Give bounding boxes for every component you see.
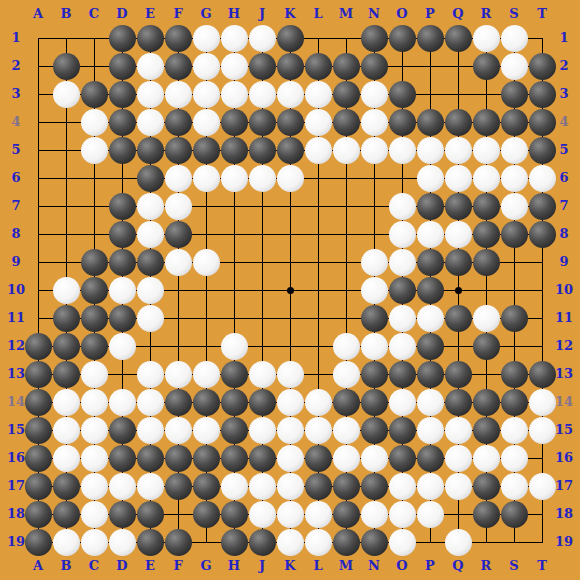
stone-black-T7[interactable] [529, 193, 556, 220]
stone-white-G13[interactable] [193, 361, 220, 388]
stone-white-K14[interactable] [277, 389, 304, 416]
stone-white-C5[interactable] [81, 137, 108, 164]
stone-white-M12[interactable] [333, 333, 360, 360]
stone-white-K17[interactable] [277, 473, 304, 500]
stone-black-E6[interactable] [137, 165, 164, 192]
stone-black-J16[interactable] [249, 445, 276, 472]
stone-white-M13[interactable] [333, 361, 360, 388]
stone-white-H6[interactable] [221, 165, 248, 192]
stone-white-E2[interactable] [137, 53, 164, 80]
stone-black-R17[interactable] [473, 473, 500, 500]
stone-black-F16[interactable] [165, 445, 192, 472]
stone-white-B3[interactable] [53, 81, 80, 108]
row-label-right-12: 12 [553, 339, 575, 352]
stone-white-L4[interactable] [305, 109, 332, 136]
stone-white-O9[interactable] [389, 249, 416, 276]
row-label-left-10: 10 [5, 283, 27, 296]
stone-black-G18[interactable] [193, 501, 220, 528]
stone-black-E16[interactable] [137, 445, 164, 472]
stone-black-M2[interactable] [333, 53, 360, 80]
stone-white-J3[interactable] [249, 81, 276, 108]
stone-black-H5[interactable] [221, 137, 248, 164]
stone-white-E3[interactable] [137, 81, 164, 108]
stone-black-R14[interactable] [473, 389, 500, 416]
row-label-right-15: 15 [553, 423, 575, 436]
stone-white-E17[interactable] [137, 473, 164, 500]
stone-white-R16[interactable] [473, 445, 500, 472]
stone-black-S14[interactable] [501, 389, 528, 416]
col-label-bottom-A: A [27, 559, 49, 572]
stone-white-O18[interactable] [389, 501, 416, 528]
col-label-bottom-L: L [307, 559, 329, 572]
row-label-left-13: 13 [5, 367, 27, 380]
row-label-left-16: 16 [5, 451, 27, 464]
stone-black-T8[interactable] [529, 221, 556, 248]
stone-black-J14[interactable] [249, 389, 276, 416]
stone-white-D12[interactable] [109, 333, 136, 360]
stone-black-S4[interactable] [501, 109, 528, 136]
stone-black-H13[interactable] [221, 361, 248, 388]
stone-white-K15[interactable] [277, 417, 304, 444]
stone-white-S15[interactable] [501, 417, 528, 444]
stone-black-F1[interactable] [165, 25, 192, 52]
stone-white-J17[interactable] [249, 473, 276, 500]
stone-black-Q13[interactable] [445, 361, 472, 388]
row-label-right-14: 14 [553, 395, 575, 408]
stone-white-S1[interactable] [501, 25, 528, 52]
stone-white-P14[interactable] [417, 389, 444, 416]
stone-black-B2[interactable] [53, 53, 80, 80]
stone-white-G1[interactable] [193, 25, 220, 52]
stone-black-G17[interactable] [193, 473, 220, 500]
stone-black-D18[interactable] [109, 501, 136, 528]
stone-white-O8[interactable] [389, 221, 416, 248]
stone-white-M5[interactable] [333, 137, 360, 164]
stone-black-B11[interactable] [53, 305, 80, 332]
stone-black-D9[interactable] [109, 249, 136, 276]
stone-white-L3[interactable] [305, 81, 332, 108]
stone-black-B12[interactable] [53, 333, 80, 360]
stone-white-R11[interactable] [473, 305, 500, 332]
col-label-top-O: O [391, 7, 413, 20]
stone-white-K19[interactable] [277, 529, 304, 556]
stone-black-K4[interactable] [277, 109, 304, 136]
stone-black-R8[interactable] [473, 221, 500, 248]
stone-black-E19[interactable] [137, 529, 164, 556]
stone-black-T2[interactable] [529, 53, 556, 80]
stone-black-S18[interactable] [501, 501, 528, 528]
stone-black-S11[interactable] [501, 305, 528, 332]
stone-white-F6[interactable] [165, 165, 192, 192]
row-label-left-4: 4 [5, 115, 27, 128]
stone-white-N16[interactable] [361, 445, 388, 472]
stone-black-Q1[interactable] [445, 25, 472, 52]
stone-white-S5[interactable] [501, 137, 528, 164]
col-label-bottom-T: T [531, 559, 553, 572]
stone-black-R2[interactable] [473, 53, 500, 80]
stone-black-C3[interactable] [81, 81, 108, 108]
stone-white-S7[interactable] [501, 193, 528, 220]
stone-black-P16[interactable] [417, 445, 444, 472]
stone-white-P8[interactable] [417, 221, 444, 248]
stone-black-A15[interactable] [25, 417, 52, 444]
col-label-bottom-N: N [363, 559, 385, 572]
stone-white-B10[interactable] [53, 277, 80, 304]
stone-black-C9[interactable] [81, 249, 108, 276]
col-label-bottom-C: C [83, 559, 105, 572]
stone-white-C4[interactable] [81, 109, 108, 136]
stone-black-Q4[interactable] [445, 109, 472, 136]
stone-black-A19[interactable] [25, 529, 52, 556]
stone-white-C13[interactable] [81, 361, 108, 388]
stone-black-M14[interactable] [333, 389, 360, 416]
stone-black-G5[interactable] [193, 137, 220, 164]
col-label-bottom-D: D [111, 559, 133, 572]
stone-black-Q11[interactable] [445, 305, 472, 332]
stone-white-N18[interactable] [361, 501, 388, 528]
stone-black-D11[interactable] [109, 305, 136, 332]
stone-white-Q16[interactable] [445, 445, 472, 472]
stone-white-C14[interactable] [81, 389, 108, 416]
stone-white-E4[interactable] [137, 109, 164, 136]
stone-white-L5[interactable] [305, 137, 332, 164]
stone-black-O3[interactable] [389, 81, 416, 108]
stone-white-T14[interactable] [529, 389, 556, 416]
stone-white-G3[interactable] [193, 81, 220, 108]
stone-black-N15[interactable] [361, 417, 388, 444]
stone-black-D3[interactable] [109, 81, 136, 108]
row-label-right-1: 1 [553, 31, 575, 44]
stone-black-C11[interactable] [81, 305, 108, 332]
stone-white-N12[interactable] [361, 333, 388, 360]
stone-black-B17[interactable] [53, 473, 80, 500]
col-label-top-D: D [111, 7, 133, 20]
stone-black-M18[interactable] [333, 501, 360, 528]
stone-white-H17[interactable] [221, 473, 248, 500]
row-label-left-12: 12 [5, 339, 27, 352]
stone-black-L17[interactable] [305, 473, 332, 500]
stone-white-F13[interactable] [165, 361, 192, 388]
stone-white-K3[interactable] [277, 81, 304, 108]
col-label-top-H: H [223, 7, 245, 20]
stone-black-O1[interactable] [389, 25, 416, 52]
stone-black-D1[interactable] [109, 25, 136, 52]
stone-white-T6[interactable] [529, 165, 556, 192]
stone-black-Q7[interactable] [445, 193, 472, 220]
go-board[interactable]: AABBCCDDEEFFGGHHJJKKLLMMNNOOPPQQRRSSTT11… [0, 0, 580, 580]
stone-black-D5[interactable] [109, 137, 136, 164]
stone-white-E15[interactable] [137, 417, 164, 444]
stone-white-J15[interactable] [249, 417, 276, 444]
stone-black-H14[interactable] [221, 389, 248, 416]
stone-white-O14[interactable] [389, 389, 416, 416]
stone-black-M19[interactable] [333, 529, 360, 556]
stone-white-C16[interactable] [81, 445, 108, 472]
stone-black-R7[interactable] [473, 193, 500, 220]
stone-black-D7[interactable] [109, 193, 136, 220]
stone-black-F17[interactable] [165, 473, 192, 500]
stone-white-F7[interactable] [165, 193, 192, 220]
stone-white-F3[interactable] [165, 81, 192, 108]
row-label-right-16: 16 [553, 451, 575, 464]
stone-white-E13[interactable] [137, 361, 164, 388]
row-label-left-15: 15 [5, 423, 27, 436]
col-label-bottom-S: S [503, 559, 525, 572]
stone-white-K6[interactable] [277, 165, 304, 192]
stone-white-Q5[interactable] [445, 137, 472, 164]
stone-white-N5[interactable] [361, 137, 388, 164]
stone-black-P12[interactable] [417, 333, 444, 360]
stone-white-H1[interactable] [221, 25, 248, 52]
stone-white-D10[interactable] [109, 277, 136, 304]
stone-black-P4[interactable] [417, 109, 444, 136]
stone-black-J4[interactable] [249, 109, 276, 136]
stone-black-F5[interactable] [165, 137, 192, 164]
stone-black-E1[interactable] [137, 25, 164, 52]
stone-black-E9[interactable] [137, 249, 164, 276]
stone-black-N14[interactable] [361, 389, 388, 416]
stone-black-H4[interactable] [221, 109, 248, 136]
stone-black-J2[interactable] [249, 53, 276, 80]
stone-black-A16[interactable] [25, 445, 52, 472]
stone-black-R9[interactable] [473, 249, 500, 276]
stone-white-G15[interactable] [193, 417, 220, 444]
stone-black-D4[interactable] [109, 109, 136, 136]
stone-black-R15[interactable] [473, 417, 500, 444]
row-label-right-3: 3 [553, 87, 575, 100]
stone-black-P7[interactable] [417, 193, 444, 220]
stone-black-F19[interactable] [165, 529, 192, 556]
stone-black-R12[interactable] [473, 333, 500, 360]
stone-white-Q19[interactable] [445, 529, 472, 556]
star-point-Q10 [455, 287, 462, 294]
stone-white-D17[interactable] [109, 473, 136, 500]
stone-black-A18[interactable] [25, 501, 52, 528]
stone-black-M17[interactable] [333, 473, 360, 500]
stone-white-G4[interactable] [193, 109, 220, 136]
stone-black-K2[interactable] [277, 53, 304, 80]
stone-black-H18[interactable] [221, 501, 248, 528]
row-label-right-9: 9 [553, 255, 575, 268]
col-label-bottom-K: K [279, 559, 301, 572]
stone-black-P13[interactable] [417, 361, 444, 388]
stone-black-S13[interactable] [501, 361, 528, 388]
stone-black-N11[interactable] [361, 305, 388, 332]
stone-white-P17[interactable] [417, 473, 444, 500]
stone-black-S3[interactable] [501, 81, 528, 108]
stone-white-L15[interactable] [305, 417, 332, 444]
stone-black-O16[interactable] [389, 445, 416, 472]
stone-black-C12[interactable] [81, 333, 108, 360]
stone-white-P5[interactable] [417, 137, 444, 164]
stone-white-T17[interactable] [529, 473, 556, 500]
stone-black-A17[interactable] [25, 473, 52, 500]
stone-black-A12[interactable] [25, 333, 52, 360]
stone-white-Q8[interactable] [445, 221, 472, 248]
stone-white-N4[interactable] [361, 109, 388, 136]
stone-white-B15[interactable] [53, 417, 80, 444]
stone-white-M15[interactable] [333, 417, 360, 444]
stone-white-R6[interactable] [473, 165, 500, 192]
col-label-top-M: M [335, 7, 357, 20]
stone-black-N19[interactable] [361, 529, 388, 556]
stone-black-G16[interactable] [193, 445, 220, 472]
stone-white-D14[interactable] [109, 389, 136, 416]
stone-white-E14[interactable] [137, 389, 164, 416]
stone-black-R18[interactable] [473, 501, 500, 528]
stone-white-J18[interactable] [249, 501, 276, 528]
stone-white-K18[interactable] [277, 501, 304, 528]
stone-white-E11[interactable] [137, 305, 164, 332]
stone-black-D2[interactable] [109, 53, 136, 80]
stone-black-O10[interactable] [389, 277, 416, 304]
stone-black-D8[interactable] [109, 221, 136, 248]
stone-black-M4[interactable] [333, 109, 360, 136]
stone-white-O7[interactable] [389, 193, 416, 220]
stone-black-D15[interactable] [109, 417, 136, 444]
stone-white-G2[interactable] [193, 53, 220, 80]
stone-white-O19[interactable] [389, 529, 416, 556]
stone-white-R5[interactable] [473, 137, 500, 164]
stone-white-R1[interactable] [473, 25, 500, 52]
stone-black-O13[interactable] [389, 361, 416, 388]
stone-white-D19[interactable] [109, 529, 136, 556]
stone-white-O5[interactable] [389, 137, 416, 164]
stone-white-B16[interactable] [53, 445, 80, 472]
stone-black-T5[interactable] [529, 137, 556, 164]
col-label-bottom-H: H [223, 559, 245, 572]
stone-black-F8[interactable] [165, 221, 192, 248]
stone-white-S16[interactable] [501, 445, 528, 472]
stone-white-E10[interactable] [137, 277, 164, 304]
row-label-left-6: 6 [5, 171, 27, 184]
stone-black-H15[interactable] [221, 417, 248, 444]
stone-black-J5[interactable] [249, 137, 276, 164]
stone-white-H12[interactable] [221, 333, 248, 360]
stone-white-J1[interactable] [249, 25, 276, 52]
stone-black-K1[interactable] [277, 25, 304, 52]
stone-black-E18[interactable] [137, 501, 164, 528]
stone-white-S17[interactable] [501, 473, 528, 500]
stone-white-P18[interactable] [417, 501, 444, 528]
row-label-left-9: 9 [5, 255, 27, 268]
stone-black-H19[interactable] [221, 529, 248, 556]
stone-white-O11[interactable] [389, 305, 416, 332]
col-label-top-G: G [195, 7, 217, 20]
col-label-top-C: C [83, 7, 105, 20]
stone-black-Q9[interactable] [445, 249, 472, 276]
row-label-left-8: 8 [5, 227, 27, 240]
stone-white-Q15[interactable] [445, 417, 472, 444]
stone-white-O17[interactable] [389, 473, 416, 500]
row-label-left-3: 3 [5, 87, 27, 100]
stone-white-P15[interactable] [417, 417, 444, 444]
stone-white-M16[interactable] [333, 445, 360, 472]
stone-black-N1[interactable] [361, 25, 388, 52]
stone-black-O4[interactable] [389, 109, 416, 136]
stone-white-J13[interactable] [249, 361, 276, 388]
stone-white-H3[interactable] [221, 81, 248, 108]
stone-black-B18[interactable] [53, 501, 80, 528]
stone-black-N2[interactable] [361, 53, 388, 80]
stone-black-E5[interactable] [137, 137, 164, 164]
stone-white-K13[interactable] [277, 361, 304, 388]
stone-white-P6[interactable] [417, 165, 444, 192]
stone-white-P11[interactable] [417, 305, 444, 332]
stone-black-Q14[interactable] [445, 389, 472, 416]
stone-black-G14[interactable] [193, 389, 220, 416]
stone-white-H2[interactable] [221, 53, 248, 80]
stone-black-P9[interactable] [417, 249, 444, 276]
stone-black-J19[interactable] [249, 529, 276, 556]
stone-white-F15[interactable] [165, 417, 192, 444]
stone-black-F14[interactable] [165, 389, 192, 416]
stone-black-N17[interactable] [361, 473, 388, 500]
stone-white-N3[interactable] [361, 81, 388, 108]
stone-black-H16[interactable] [221, 445, 248, 472]
stone-white-L18[interactable] [305, 501, 332, 528]
col-label-top-B: B [55, 7, 77, 20]
stone-white-C19[interactable] [81, 529, 108, 556]
stone-white-S6[interactable] [501, 165, 528, 192]
stone-black-K5[interactable] [277, 137, 304, 164]
stone-black-N13[interactable] [361, 361, 388, 388]
stone-white-N9[interactable] [361, 249, 388, 276]
stone-black-D16[interactable] [109, 445, 136, 472]
stone-white-T15[interactable] [529, 417, 556, 444]
stone-white-E7[interactable] [137, 193, 164, 220]
stone-black-L16[interactable] [305, 445, 332, 472]
stone-white-Q17[interactable] [445, 473, 472, 500]
stone-black-T4[interactable] [529, 109, 556, 136]
stone-white-L14[interactable] [305, 389, 332, 416]
stone-white-E8[interactable] [137, 221, 164, 248]
stone-white-B19[interactable] [53, 529, 80, 556]
stone-black-F4[interactable] [165, 109, 192, 136]
stone-white-O12[interactable] [389, 333, 416, 360]
stone-black-F2[interactable] [165, 53, 192, 80]
stone-black-A13[interactable] [25, 361, 52, 388]
stone-white-F9[interactable] [165, 249, 192, 276]
stone-black-P1[interactable] [417, 25, 444, 52]
stone-white-C15[interactable] [81, 417, 108, 444]
stone-white-C18[interactable] [81, 501, 108, 528]
stone-black-T13[interactable] [529, 361, 556, 388]
row-label-right-19: 19 [553, 535, 575, 548]
stone-white-G6[interactable] [193, 165, 220, 192]
row-label-right-10: 10 [553, 283, 575, 296]
stone-black-C10[interactable] [81, 277, 108, 304]
stone-white-G9[interactable] [193, 249, 220, 276]
stone-white-B14[interactable] [53, 389, 80, 416]
stone-black-B13[interactable] [53, 361, 80, 388]
stone-black-P10[interactable] [417, 277, 444, 304]
stone-black-T3[interactable] [529, 81, 556, 108]
stone-white-Q6[interactable] [445, 165, 472, 192]
stone-black-L2[interactable] [305, 53, 332, 80]
stone-black-S8[interactable] [501, 221, 528, 248]
stone-black-A14[interactable] [25, 389, 52, 416]
stone-white-L19[interactable] [305, 529, 332, 556]
stone-white-J6[interactable] [249, 165, 276, 192]
stone-white-C17[interactable] [81, 473, 108, 500]
stone-white-N10[interactable] [361, 277, 388, 304]
stone-black-M3[interactable] [333, 81, 360, 108]
stone-black-R4[interactable] [473, 109, 500, 136]
stone-white-K16[interactable] [277, 445, 304, 472]
stone-white-S2[interactable] [501, 53, 528, 80]
stone-black-O15[interactable] [389, 417, 416, 444]
